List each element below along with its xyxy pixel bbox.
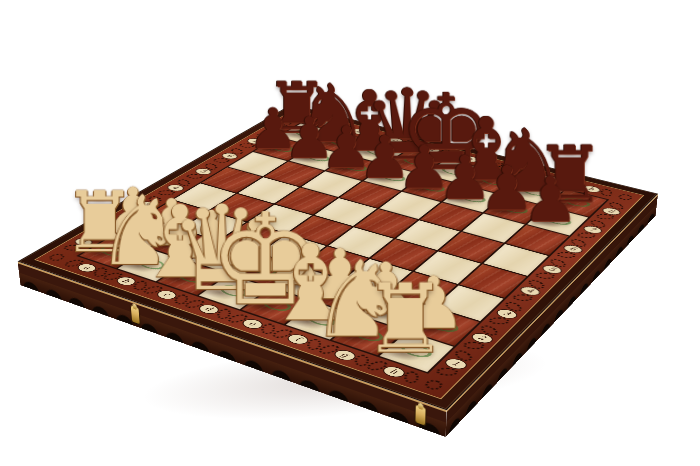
- coord-near-h: h: [379, 364, 408, 379]
- brass-clasp-right: [416, 405, 426, 426]
- coord-right-2: 2: [468, 331, 496, 345]
- chess-set-photo: abcdefgh abcdefgh 87654321 87654321 ♜♞♝♛…: [0, 0, 700, 466]
- chess-board: abcdefgh abcdefgh 87654321 87654321 ♜♞♝♛…: [18, 105, 659, 411]
- coord-right-5: 5: [539, 263, 564, 275]
- brass-clasp-left: [131, 305, 140, 324]
- coord-right-6: 6: [561, 243, 585, 254]
- coord-right-4: 4: [517, 285, 543, 297]
- coord-right-7: 7: [581, 224, 605, 235]
- coord-near-f: f: [284, 332, 312, 346]
- board-top-face: abcdefgh abcdefgh 87654321 87654321 ♜♞♝♛…: [18, 105, 659, 411]
- scene: abcdefgh abcdefgh 87654321 87654321 ♜♞♝♛…: [0, 0, 700, 466]
- piece-black-pawn-h7[interactable]: ♟: [522, 175, 578, 225]
- coord-near-e: e: [239, 317, 267, 330]
- white-rook-icon: ♜: [363, 281, 448, 357]
- piece-white-rook-h1[interactable]: ♜: [363, 281, 448, 357]
- black-pawn-icon: ♟: [522, 175, 578, 225]
- coord-right-3: 3: [493, 307, 520, 320]
- ornament-border-band: abcdefgh abcdefgh 87654321 87654321 ♜♞♝♛…: [34, 109, 644, 399]
- coord-near-g: g: [331, 348, 359, 363]
